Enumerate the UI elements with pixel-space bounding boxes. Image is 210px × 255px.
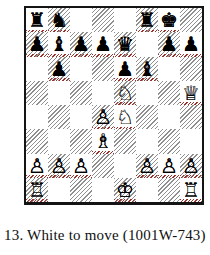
- black-rook-piece: ♜: [138, 8, 156, 32]
- black-pawn-piece: ♟: [72, 32, 90, 56]
- square-f4[interactable]: [136, 105, 158, 129]
- black-pawn-piece: ♟: [28, 32, 46, 56]
- square-a8[interactable]: ♜: [26, 8, 48, 32]
- square-g7[interactable]: ♟: [158, 32, 180, 56]
- square-c3[interactable]: [70, 129, 92, 153]
- square-g8[interactable]: ♚: [158, 8, 180, 32]
- square-d7[interactable]: ♟: [92, 32, 114, 56]
- square-d4[interactable]: ♙: [92, 105, 114, 129]
- white-bishop-piece: ♗: [94, 129, 112, 153]
- square-b1[interactable]: [48, 178, 70, 202]
- square-a2[interactable]: ♙: [26, 154, 48, 178]
- square-g1[interactable]: [158, 178, 180, 202]
- black-bishop-piece: ♝: [138, 57, 156, 81]
- square-e6[interactable]: ♟: [114, 57, 136, 81]
- black-pawn-piece: ♟: [50, 57, 68, 81]
- square-c5[interactable]: [70, 81, 92, 105]
- white-rook-piece: ♖: [28, 178, 46, 202]
- square-g3[interactable]: [158, 129, 180, 153]
- square-e5[interactable]: ♘: [114, 81, 136, 105]
- white-pawn-piece: ♙: [94, 105, 112, 129]
- square-b5[interactable]: [48, 81, 70, 105]
- diagram-caption: 13. White to move (1001W-743): [4, 227, 206, 244]
- square-d1[interactable]: [92, 178, 114, 202]
- square-e8[interactable]: [114, 8, 136, 32]
- square-a5[interactable]: [26, 81, 48, 105]
- square-c7[interactable]: ♟: [70, 32, 92, 56]
- white-pawn-piece: ♙: [72, 154, 90, 178]
- square-e2[interactable]: [114, 154, 136, 178]
- square-h4[interactable]: [180, 105, 202, 129]
- square-f5[interactable]: [136, 81, 158, 105]
- square-h5[interactable]: ♕: [180, 81, 202, 105]
- square-b2[interactable]: ♙: [48, 154, 70, 178]
- square-h1[interactable]: ♖: [180, 178, 202, 202]
- black-pawn-piece: ♟: [160, 32, 178, 56]
- white-king-piece: ♔: [116, 178, 134, 202]
- black-pawn-piece: ♟: [116, 57, 134, 81]
- square-f2[interactable]: ♙: [136, 154, 158, 178]
- square-d2[interactable]: [92, 154, 114, 178]
- square-c1[interactable]: [70, 178, 92, 202]
- square-d3[interactable]: ♗: [92, 129, 114, 153]
- white-pawn-piece: ♙: [50, 154, 68, 178]
- square-a7[interactable]: ♟: [26, 32, 48, 56]
- square-f1[interactable]: [136, 178, 158, 202]
- white-pawn-piece: ♙: [160, 154, 178, 178]
- square-d8[interactable]: [92, 8, 114, 32]
- square-d6[interactable]: [92, 57, 114, 81]
- square-h6[interactable]: [180, 57, 202, 81]
- square-g5[interactable]: [158, 81, 180, 105]
- square-a1[interactable]: ♖: [26, 178, 48, 202]
- black-king-piece: ♚: [160, 8, 178, 32]
- square-a3[interactable]: [26, 129, 48, 153]
- square-g4[interactable]: [158, 105, 180, 129]
- black-bishop-piece: ♝: [50, 32, 68, 56]
- square-f6[interactable]: ♝: [136, 57, 158, 81]
- black-rook-piece: ♜: [28, 8, 46, 32]
- square-b6[interactable]: ♟: [48, 57, 70, 81]
- square-f8[interactable]: ♜: [136, 8, 158, 32]
- square-b8[interactable]: ♞: [48, 8, 70, 32]
- square-c8[interactable]: [70, 8, 92, 32]
- black-queen-piece: ♛: [116, 32, 134, 56]
- white-pawn-piece: ♙: [28, 154, 46, 178]
- square-g6[interactable]: [158, 57, 180, 81]
- square-e1[interactable]: ♔: [114, 178, 136, 202]
- chess-board: ♜♞♜♚♟♝♟♟♛♟♟♟♟♝♘♕♙♘♗♙♙♙♙♙♙♖♔♖: [24, 6, 204, 205]
- square-c6[interactable]: [70, 57, 92, 81]
- square-e3[interactable]: [114, 129, 136, 153]
- square-h2[interactable]: ♙: [180, 154, 202, 178]
- white-pawn-piece: ♙: [138, 154, 156, 178]
- square-h7[interactable]: ♟: [180, 32, 202, 56]
- black-pawn-piece: ♟: [182, 32, 200, 56]
- square-b4[interactable]: [48, 105, 70, 129]
- square-h8[interactable]: [180, 8, 202, 32]
- square-b7[interactable]: ♝: [48, 32, 70, 56]
- square-c2[interactable]: ♙: [70, 154, 92, 178]
- square-b3[interactable]: [48, 129, 70, 153]
- square-a6[interactable]: [26, 57, 48, 81]
- square-h3[interactable]: [180, 129, 202, 153]
- square-f3[interactable]: [136, 129, 158, 153]
- white-rook-piece: ♖: [182, 178, 200, 202]
- square-d5[interactable]: [92, 81, 114, 105]
- white-knight-piece: ♘: [116, 81, 134, 105]
- white-knight-piece: ♘: [116, 105, 134, 129]
- black-knight-piece: ♞: [50, 8, 68, 32]
- square-a4[interactable]: [26, 105, 48, 129]
- square-e4[interactable]: ♘: [114, 105, 136, 129]
- square-g2[interactable]: ♙: [158, 154, 180, 178]
- square-e7[interactable]: ♛: [114, 32, 136, 56]
- square-f7[interactable]: [136, 32, 158, 56]
- white-queen-piece: ♕: [182, 81, 200, 105]
- square-c4[interactable]: [70, 105, 92, 129]
- black-pawn-piece: ♟: [94, 32, 112, 56]
- white-pawn-piece: ♙: [182, 154, 200, 178]
